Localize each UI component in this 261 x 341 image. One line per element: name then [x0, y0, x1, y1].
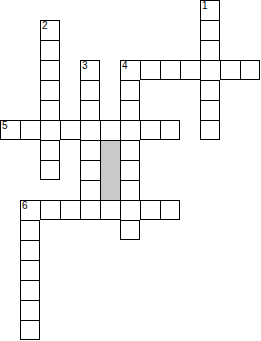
grid-cell-r3c12[interactable]	[240, 60, 260, 80]
grid-cell-r1c10[interactable]	[200, 20, 220, 40]
grid-cell-r4c10[interactable]	[200, 80, 220, 100]
shaded-cell-r7c5	[100, 140, 120, 200]
clue-number-3: 3	[82, 61, 88, 71]
grid-cell-r3c4[interactable]: 3	[80, 60, 100, 80]
grid-cell-r6c0[interactable]: 5	[0, 120, 20, 140]
grid-cell-r2c2[interactable]	[40, 40, 60, 60]
grid-cell-r3c11[interactable]	[220, 60, 240, 80]
grid-cell-r5c2[interactable]	[40, 100, 60, 120]
grid-cell-r6c6[interactable]	[120, 120, 140, 140]
grid-cell-r5c10[interactable]	[200, 100, 220, 120]
grid-cell-r6c10[interactable]	[200, 120, 220, 140]
grid-cell-r6c7[interactable]	[140, 120, 160, 140]
grid-cell-r6c1[interactable]	[20, 120, 40, 140]
grid-cell-r6c5[interactable]	[100, 120, 120, 140]
grid-cell-r2c10[interactable]	[200, 40, 220, 60]
grid-cell-r8c2[interactable]	[40, 160, 60, 180]
clue-number-4: 4	[122, 61, 128, 71]
grid-cell-r10c6[interactable]	[120, 200, 140, 220]
grid-cell-r4c4[interactable]	[80, 80, 100, 100]
grid-cell-r0c10[interactable]: 1	[200, 0, 220, 20]
grid-cell-r3c10[interactable]	[200, 60, 220, 80]
grid-cell-r4c2[interactable]	[40, 80, 60, 100]
grid-cell-r6c3[interactable]	[60, 120, 80, 140]
grid-cell-r10c2[interactable]	[40, 200, 60, 220]
grid-cell-r15c1[interactable]	[20, 300, 40, 320]
grid-cell-r10c7[interactable]	[140, 200, 160, 220]
grid-cell-r5c6[interactable]	[120, 100, 140, 120]
grid-cell-r6c2[interactable]	[40, 120, 60, 140]
grid-cell-r3c6[interactable]: 4	[120, 60, 140, 80]
grid-cell-r4c6[interactable]	[120, 80, 140, 100]
grid-cell-r3c7[interactable]	[140, 60, 160, 80]
grid-cell-r6c4[interactable]	[80, 120, 100, 140]
grid-cell-r10c3[interactable]	[60, 200, 80, 220]
grid-cell-r10c8[interactable]	[160, 200, 180, 220]
grid-cell-r10c1[interactable]: 6	[20, 200, 40, 220]
clue-number-6: 6	[22, 201, 28, 211]
clue-number-1: 1	[202, 1, 208, 11]
grid-cell-r16c1[interactable]	[20, 320, 40, 340]
grid-cell-r7c2[interactable]	[40, 140, 60, 160]
grid-cell-r3c2[interactable]	[40, 60, 60, 80]
crossword-board: 123456	[0, 0, 260, 340]
grid-cell-r13c1[interactable]	[20, 260, 40, 280]
clue-number-2: 2	[42, 21, 48, 31]
crossword-page: 123456	[0, 0, 261, 341]
grid-cell-r1c2[interactable]: 2	[40, 20, 60, 40]
grid-cell-r14c1[interactable]	[20, 280, 40, 300]
grid-cell-r11c1[interactable]	[20, 220, 40, 240]
grid-cell-r10c5[interactable]	[100, 200, 120, 220]
grid-cell-r10c4[interactable]	[80, 200, 100, 220]
grid-cell-r12c1[interactable]	[20, 240, 40, 260]
grid-cell-r5c4[interactable]	[80, 100, 100, 120]
grid-cell-r8c6[interactable]	[120, 160, 140, 180]
grid-cell-r3c9[interactable]	[180, 60, 200, 80]
grid-cell-r11c6[interactable]	[120, 220, 140, 240]
grid-cell-r7c4[interactable]	[80, 140, 100, 160]
grid-cell-r3c8[interactable]	[160, 60, 180, 80]
grid-cell-r7c6[interactable]	[120, 140, 140, 160]
clue-number-5: 5	[2, 121, 8, 131]
grid-cell-r9c4[interactable]	[80, 180, 100, 200]
grid-cell-r9c6[interactable]	[120, 180, 140, 200]
grid-cell-r8c4[interactable]	[80, 160, 100, 180]
grid-cell-r6c8[interactable]	[160, 120, 180, 140]
